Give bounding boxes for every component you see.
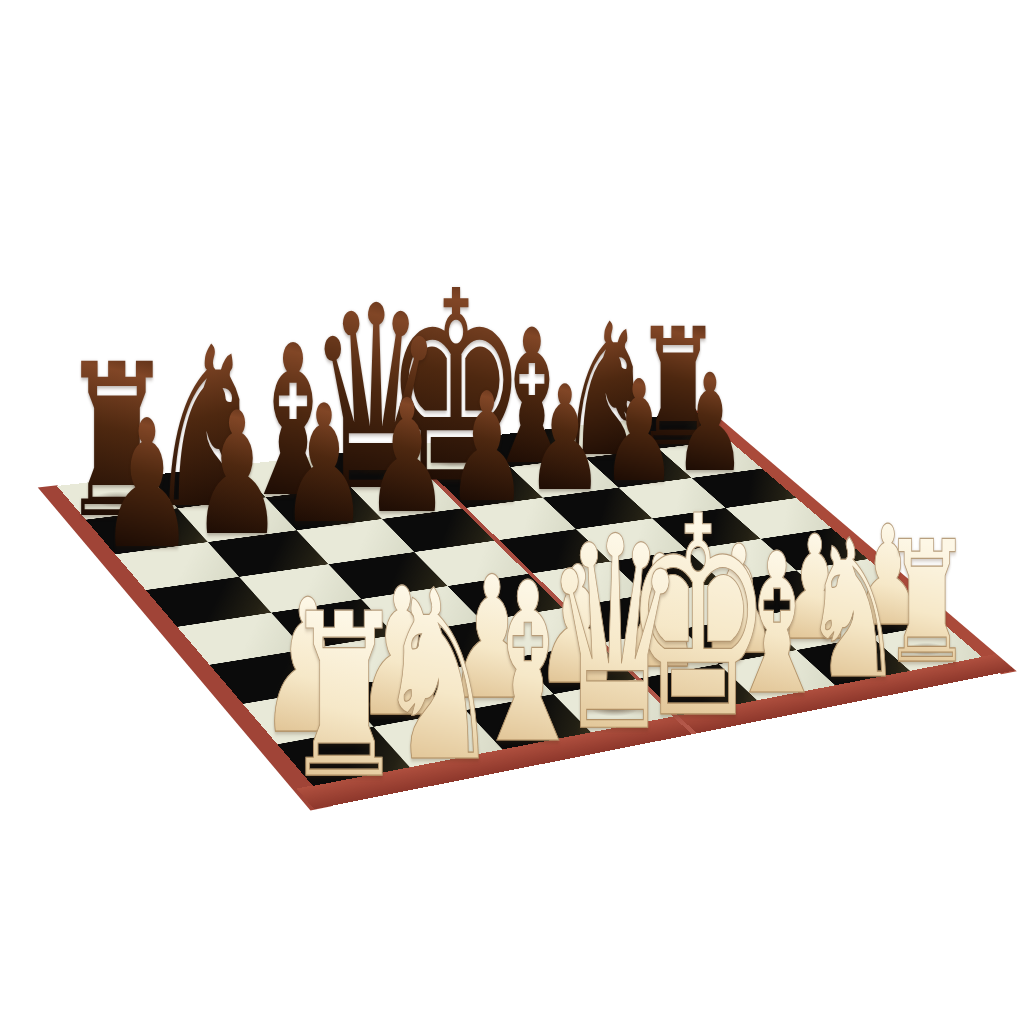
board-squares	[57, 412, 982, 786]
photo-stage: ♜♞♝♚♟♛♟♝♟♞♟♜♟♟♟♟♟♟♟♜♟♞♟♝♟♚♟♛♟♝♞♜	[0, 0, 1024, 1024]
chess-board	[57, 412, 982, 786]
